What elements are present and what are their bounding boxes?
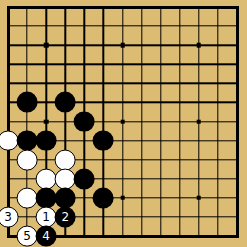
intersection-1-10[interactable] bbox=[18, 188, 37, 207]
white-stone bbox=[17, 149, 38, 170]
intersection-8-6[interactable] bbox=[151, 112, 170, 131]
white-stone bbox=[55, 168, 76, 189]
intersection-0-2[interactable] bbox=[0, 36, 18, 55]
intersection-6-6[interactable] bbox=[113, 112, 132, 131]
star-point bbox=[120, 196, 125, 201]
intersection-6-0[interactable] bbox=[113, 0, 132, 17]
intersection-3-2[interactable] bbox=[56, 36, 75, 55]
black-stone bbox=[74, 111, 95, 132]
intersection-0-10[interactable] bbox=[0, 188, 18, 207]
intersection-9-12[interactable] bbox=[170, 227, 189, 246]
intersection-9-0[interactable] bbox=[170, 0, 189, 17]
go-board: 31254 bbox=[0, 0, 247, 246]
intersection-9-2[interactable] bbox=[170, 36, 189, 55]
move-stone-3-white: 3 bbox=[0, 207, 18, 228]
black-stone bbox=[55, 187, 76, 208]
intersection-6-12[interactable] bbox=[113, 227, 132, 246]
intersection-4-8[interactable] bbox=[75, 150, 94, 169]
intersection-7-8[interactable] bbox=[132, 150, 151, 169]
intersection-7-7[interactable] bbox=[132, 131, 151, 150]
move-stone-1-white: 1 bbox=[36, 207, 57, 228]
intersection-12-0[interactable] bbox=[228, 0, 247, 17]
intersection-0-9[interactable] bbox=[0, 169, 18, 188]
intersection-3-4[interactable] bbox=[56, 74, 75, 93]
intersection-3-0[interactable] bbox=[56, 0, 75, 17]
intersection-6-5[interactable] bbox=[113, 93, 132, 112]
intersection-7-0[interactable] bbox=[132, 0, 151, 17]
intersection-2-0[interactable] bbox=[37, 0, 56, 17]
intersection-7-2[interactable] bbox=[132, 36, 151, 55]
intersection-9-3[interactable] bbox=[170, 55, 189, 74]
intersection-5-9[interactable] bbox=[94, 169, 113, 188]
intersection-5-10[interactable] bbox=[94, 188, 113, 207]
intersection-0-4[interactable] bbox=[0, 74, 18, 93]
intersection-9-5[interactable] bbox=[170, 93, 189, 112]
intersection-1-5[interactable] bbox=[18, 93, 37, 112]
intersection-10-7[interactable] bbox=[189, 131, 208, 150]
intersection-6-11[interactable] bbox=[113, 207, 132, 226]
intersection-12-7[interactable] bbox=[228, 131, 247, 150]
intersection-10-2[interactable] bbox=[189, 36, 208, 55]
intersection-6-7[interactable] bbox=[113, 131, 132, 150]
intersection-6-2[interactable] bbox=[113, 36, 132, 55]
intersection-6-8[interactable] bbox=[113, 150, 132, 169]
intersection-6-10[interactable] bbox=[113, 188, 132, 207]
intersection-9-11[interactable] bbox=[170, 207, 189, 226]
intersection-9-9[interactable] bbox=[170, 169, 189, 188]
intersection-0-8[interactable] bbox=[0, 150, 18, 169]
intersection-3-6[interactable] bbox=[56, 112, 75, 131]
intersection-10-8[interactable] bbox=[189, 150, 208, 169]
intersection-2-8[interactable] bbox=[37, 150, 56, 169]
intersection-5-4[interactable] bbox=[94, 74, 113, 93]
intersection-7-5[interactable] bbox=[132, 93, 151, 112]
intersection-11-5[interactable] bbox=[208, 93, 227, 112]
intersection-3-12[interactable] bbox=[56, 227, 75, 246]
intersection-11-6[interactable] bbox=[208, 112, 227, 131]
intersection-1-3[interactable] bbox=[18, 55, 37, 74]
intersection-2-2[interactable] bbox=[37, 36, 56, 55]
intersection-3-8[interactable] bbox=[56, 150, 75, 169]
intersection-10-1[interactable] bbox=[189, 17, 208, 36]
intersection-7-1[interactable] bbox=[132, 17, 151, 36]
intersection-8-2[interactable] bbox=[151, 36, 170, 55]
intersection-4-1[interactable] bbox=[75, 17, 94, 36]
intersection-3-7[interactable] bbox=[56, 131, 75, 150]
intersection-5-12[interactable] bbox=[94, 227, 113, 246]
intersection-9-1[interactable] bbox=[170, 17, 189, 36]
black-stone bbox=[55, 92, 76, 113]
intersection-6-1[interactable] bbox=[113, 17, 132, 36]
intersection-11-1[interactable] bbox=[208, 17, 227, 36]
intersection-8-8[interactable] bbox=[151, 150, 170, 169]
intersection-10-5[interactable] bbox=[189, 93, 208, 112]
intersection-4-11[interactable] bbox=[75, 207, 94, 226]
intersection-11-9[interactable] bbox=[208, 169, 227, 188]
move-stone-4-black: 4 bbox=[36, 226, 57, 247]
intersection-9-4[interactable] bbox=[170, 74, 189, 93]
intersection-3-3[interactable] bbox=[56, 55, 75, 74]
intersection-4-9[interactable] bbox=[75, 169, 94, 188]
black-stone bbox=[36, 130, 57, 151]
intersection-9-8[interactable] bbox=[170, 150, 189, 169]
intersection-9-6[interactable] bbox=[170, 112, 189, 131]
intersection-11-11[interactable] bbox=[208, 207, 227, 226]
intersection-3-10[interactable] bbox=[56, 188, 75, 207]
intersection-3-1[interactable] bbox=[56, 17, 75, 36]
intersection-4-2[interactable] bbox=[75, 36, 94, 55]
intersection-7-6[interactable] bbox=[132, 112, 151, 131]
intersection-11-7[interactable] bbox=[208, 131, 227, 150]
black-stone bbox=[93, 187, 114, 208]
intersection-12-11[interactable] bbox=[228, 207, 247, 226]
intersection-11-2[interactable] bbox=[208, 36, 227, 55]
intersection-8-11[interactable] bbox=[151, 207, 170, 226]
intersection-10-10[interactable] bbox=[189, 188, 208, 207]
intersection-12-10[interactable] bbox=[228, 188, 247, 207]
intersection-4-0[interactable] bbox=[75, 0, 94, 17]
intersection-5-7[interactable] bbox=[94, 131, 113, 150]
star-point bbox=[197, 119, 202, 124]
intersection-8-12[interactable] bbox=[151, 227, 170, 246]
intersection-12-12[interactable] bbox=[228, 227, 247, 246]
intersection-7-10[interactable] bbox=[132, 188, 151, 207]
intersection-4-5[interactable] bbox=[75, 93, 94, 112]
intersection-10-4[interactable] bbox=[189, 74, 208, 93]
intersection-1-0[interactable] bbox=[18, 0, 37, 17]
intersection-10-6[interactable] bbox=[189, 112, 208, 131]
intersection-4-12[interactable] bbox=[75, 227, 94, 246]
intersection-2-1[interactable] bbox=[37, 17, 56, 36]
black-stone bbox=[74, 168, 95, 189]
intersection-1-8[interactable] bbox=[18, 150, 37, 169]
intersection-7-9[interactable] bbox=[132, 169, 151, 188]
intersection-2-4[interactable] bbox=[37, 74, 56, 93]
intersection-5-0[interactable] bbox=[94, 0, 113, 17]
intersection-1-9[interactable] bbox=[18, 169, 37, 188]
intersection-4-4[interactable] bbox=[75, 74, 94, 93]
intersection-5-8[interactable] bbox=[94, 150, 113, 169]
intersection-11-0[interactable] bbox=[208, 0, 227, 17]
intersection-1-2[interactable] bbox=[18, 36, 37, 55]
intersection-12-3[interactable] bbox=[228, 55, 247, 74]
intersection-10-9[interactable] bbox=[189, 169, 208, 188]
intersection-12-2[interactable] bbox=[228, 36, 247, 55]
intersection-0-5[interactable] bbox=[0, 93, 18, 112]
intersection-5-1[interactable] bbox=[94, 17, 113, 36]
intersection-5-11[interactable] bbox=[94, 207, 113, 226]
intersection-2-6[interactable] bbox=[37, 112, 56, 131]
intersection-7-12[interactable] bbox=[132, 227, 151, 246]
intersection-8-7[interactable] bbox=[151, 131, 170, 150]
intersection-2-10[interactable] bbox=[37, 188, 56, 207]
star-point bbox=[44, 43, 49, 48]
intersection-0-1[interactable] bbox=[0, 17, 18, 36]
white-stone bbox=[55, 149, 76, 170]
intersection-1-12[interactable]: 5 bbox=[18, 227, 37, 246]
intersection-5-5[interactable] bbox=[94, 93, 113, 112]
intersection-0-7[interactable] bbox=[0, 131, 18, 150]
intersection-12-9[interactable] bbox=[228, 169, 247, 188]
intersection-1-6[interactable] bbox=[18, 112, 37, 131]
intersection-0-0[interactable] bbox=[0, 0, 18, 17]
black-stone bbox=[17, 130, 38, 151]
intersection-8-4[interactable] bbox=[151, 74, 170, 93]
intersection-12-5[interactable] bbox=[228, 93, 247, 112]
intersection-4-6[interactable] bbox=[75, 112, 94, 131]
intersection-11-8[interactable] bbox=[208, 150, 227, 169]
intersection-8-9[interactable] bbox=[151, 169, 170, 188]
intersection-11-12[interactable] bbox=[208, 227, 227, 246]
intersection-8-0[interactable] bbox=[151, 0, 170, 17]
intersection-8-10[interactable] bbox=[151, 188, 170, 207]
intersection-4-7[interactable] bbox=[75, 131, 94, 150]
intersection-8-3[interactable] bbox=[151, 55, 170, 74]
intersection-5-3[interactable] bbox=[94, 55, 113, 74]
white-stone bbox=[36, 168, 57, 189]
intersection-5-2[interactable] bbox=[94, 36, 113, 55]
intersection-11-10[interactable] bbox=[208, 188, 227, 207]
intersection-6-9[interactable] bbox=[113, 169, 132, 188]
intersection-7-4[interactable] bbox=[132, 74, 151, 93]
intersection-11-4[interactable] bbox=[208, 74, 227, 93]
intersection-2-7[interactable] bbox=[37, 131, 56, 150]
intersection-4-10[interactable] bbox=[75, 188, 94, 207]
intersection-3-9[interactable] bbox=[56, 169, 75, 188]
white-stone bbox=[17, 187, 38, 208]
intersection-8-1[interactable] bbox=[151, 17, 170, 36]
intersection-1-1[interactable] bbox=[18, 17, 37, 36]
intersection-10-0[interactable] bbox=[189, 0, 208, 17]
move-stone-2-black: 2 bbox=[55, 207, 76, 228]
intersection-9-10[interactable] bbox=[170, 188, 189, 207]
intersection-11-3[interactable] bbox=[208, 55, 227, 74]
intersection-10-12[interactable] bbox=[189, 227, 208, 246]
go-diagram: 31254 bbox=[0, 0, 247, 247]
intersection-7-11[interactable] bbox=[132, 207, 151, 226]
intersection-2-5[interactable] bbox=[37, 93, 56, 112]
intersection-2-11[interactable]: 1 bbox=[37, 207, 56, 226]
intersection-4-3[interactable] bbox=[75, 55, 94, 74]
intersection-3-5[interactable] bbox=[56, 93, 75, 112]
intersection-12-1[interactable] bbox=[228, 17, 247, 36]
intersection-6-3[interactable] bbox=[113, 55, 132, 74]
intersection-10-11[interactable] bbox=[189, 207, 208, 226]
intersection-6-4[interactable] bbox=[113, 74, 132, 93]
star-point bbox=[197, 43, 202, 48]
intersection-0-6[interactable] bbox=[0, 112, 18, 131]
intersection-0-12[interactable] bbox=[0, 227, 18, 246]
intersection-12-8[interactable] bbox=[228, 150, 247, 169]
intersection-1-4[interactable] bbox=[18, 74, 37, 93]
black-stone bbox=[36, 187, 57, 208]
move-stone-5-white: 5 bbox=[17, 226, 38, 247]
intersection-2-3[interactable] bbox=[37, 55, 56, 74]
black-stone bbox=[17, 92, 38, 113]
intersection-1-7[interactable] bbox=[18, 131, 37, 150]
intersection-3-11[interactable]: 2 bbox=[56, 207, 75, 226]
star-point bbox=[44, 119, 49, 124]
intersection-2-12[interactable]: 4 bbox=[37, 227, 56, 246]
star-point bbox=[197, 196, 202, 201]
intersection-12-4[interactable] bbox=[228, 74, 247, 93]
intersection-0-3[interactable] bbox=[0, 55, 18, 74]
intersection-9-7[interactable] bbox=[170, 131, 189, 150]
intersection-8-5[interactable] bbox=[151, 93, 170, 112]
intersection-0-11[interactable]: 3 bbox=[0, 207, 18, 226]
intersection-12-6[interactable] bbox=[228, 112, 247, 131]
star-point bbox=[120, 43, 125, 48]
intersection-7-3[interactable] bbox=[132, 55, 151, 74]
intersection-10-3[interactable] bbox=[189, 55, 208, 74]
white-stone bbox=[0, 130, 18, 151]
intersection-1-11[interactable] bbox=[18, 207, 37, 226]
black-stone bbox=[93, 130, 114, 151]
star-point bbox=[120, 119, 125, 124]
intersection-2-9[interactable] bbox=[37, 169, 56, 188]
intersection-5-6[interactable] bbox=[94, 112, 113, 131]
